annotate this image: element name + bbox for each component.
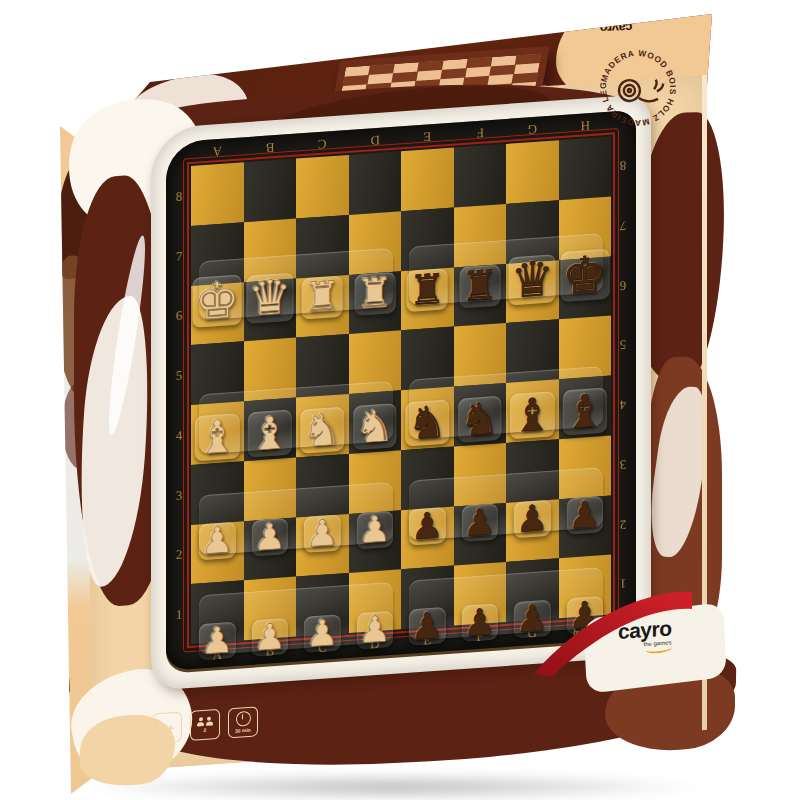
wood-stamp-text: MADERA WOOD BOIS HOLZ MADEIRA LEGNO <box>592 42 685 135</box>
logo-swirl-icon <box>646 643 672 654</box>
age-badge: 6+ <box>152 712 182 744</box>
white-piece-P: ♟ <box>252 518 288 557</box>
coords-right: 87654321 <box>613 135 633 614</box>
white-piece-P: ♟ <box>357 511 393 550</box>
logo-swirl-icon <box>600 12 616 19</box>
black-piece-R: ♜ <box>459 264 500 308</box>
white-piece-N: ♞ <box>353 403 396 450</box>
brand-logo-top: cayro the games <box>600 11 633 35</box>
age-badge-small: 6+ <box>49 632 67 650</box>
age-label: 6+ <box>160 720 175 736</box>
black-piece-P: ♟ <box>462 503 498 542</box>
white-piece-P: ♟ <box>304 615 340 654</box>
coord-label: 7 <box>169 226 189 287</box>
logo-swirl-icon <box>19 138 29 164</box>
time-label: 30 min <box>235 727 251 734</box>
black-piece-K: ♚ <box>560 248 609 301</box>
coord-label: 7 <box>613 195 633 256</box>
time-badge-small <box>52 676 70 694</box>
white-piece-B: ♝ <box>248 409 292 457</box>
coords-left: 87654321 <box>169 166 189 645</box>
coord-label: D <box>349 128 402 153</box>
white-piece-P: ♟ <box>357 611 393 650</box>
coord-label: 5 <box>613 314 633 375</box>
black-piece-Q: ♛ <box>509 254 556 305</box>
black-piece-B: ♝ <box>510 391 554 439</box>
coord-label: G <box>506 117 559 142</box>
coord-label: F <box>454 121 507 146</box>
coord-label: B <box>244 136 297 161</box>
coord-label: 4 <box>613 374 633 435</box>
brand-logo-front: cayro the games <box>618 617 672 656</box>
black-piece-N: ♞ <box>458 395 501 442</box>
chessboard: ABCDEFGH ABCDEFGH 87654321 87654321 ♚♛♜♜… <box>166 110 636 671</box>
snail-wood-icon <box>617 74 663 107</box>
black-piece-N: ♞ <box>406 399 449 446</box>
white-piece-K: ♚ <box>193 274 242 327</box>
coord-label: 6 <box>613 255 633 316</box>
coord-label: 2 <box>169 525 189 586</box>
white-piece-P: ♟ <box>252 618 288 657</box>
time-badge: 30 min <box>228 706 258 738</box>
wood-stamp-logo: MADERA WOOD BOIS HOLZ MADEIRA LEGNO <box>592 42 685 135</box>
players-badge-small: 2 <box>51 654 69 672</box>
box-front-panel: ABCDEFGH ABCDEFGH 87654321 87654321 ♚♛♜♜… <box>90 75 705 773</box>
players-count: 2 <box>204 727 207 733</box>
brand-name: cayro <box>32 104 58 164</box>
brand-tagline: the games <box>600 16 621 21</box>
black-piece-P: ♟ <box>409 507 445 546</box>
brand-logo-side: cayro the games <box>18 104 59 165</box>
white-piece-B: ♝ <box>195 413 239 461</box>
coord-label: 4 <box>169 405 189 466</box>
coord-label: A <box>191 139 244 164</box>
coord-label: 8 <box>613 135 633 196</box>
coord-label: 3 <box>169 465 189 526</box>
black-piece-P: ♟ <box>409 607 445 646</box>
clock-icon <box>236 711 251 727</box>
white-piece-P: ♟ <box>304 514 340 553</box>
coord-label: 5 <box>169 345 189 406</box>
white-piece-R: ♜ <box>354 272 395 316</box>
players-icon <box>197 716 213 726</box>
white-piece-P: ♟ <box>199 622 235 661</box>
svg-text:MADERA WOOD BOIS HOLZ MADEIRA: MADERA WOOD BOIS HOLZ MADEIRA LEGNO <box>592 42 685 135</box>
white-piece-P: ♟ <box>199 522 235 561</box>
clock-icon <box>56 680 67 691</box>
black-piece-P: ♟ <box>514 500 550 539</box>
black-piece-P: ♟ <box>462 604 498 643</box>
players-badge: 2 <box>190 709 220 741</box>
red-swoosh-icon <box>528 578 698 678</box>
floor-shadow <box>78 772 708 800</box>
white-piece-Q: ♛ <box>246 272 293 323</box>
black-piece-R: ♜ <box>407 268 448 312</box>
side-info-badges: 6+ 2 <box>49 632 70 694</box>
black-piece-P: ♟ <box>567 496 603 535</box>
coord-label: 6 <box>169 286 189 347</box>
white-piece-R: ♜ <box>302 275 343 319</box>
pieces-layer: ♚♛♜♜♝♝♞♞♟♟♟♟♟♟♟♟♜♜♛♚♞♞♝♝♟♟♟♟♟♟♟♟ <box>191 137 611 644</box>
white-piece-N: ♞ <box>301 406 344 453</box>
coord-label: 8 <box>169 166 189 227</box>
black-piece-B: ♝ <box>563 387 607 435</box>
brand-name: cayro <box>600 21 633 35</box>
coord-label: 3 <box>613 434 633 495</box>
brand-name: cayro <box>618 617 672 642</box>
coord-label: 2 <box>613 494 633 555</box>
coord-label: E <box>401 125 454 150</box>
coord-label: C <box>296 132 349 157</box>
coord-label: 1 <box>169 584 189 645</box>
product-photo-scene: AJEDREZ · CHESS SET · JEU D'ÉCHECS SCHAC… <box>0 0 800 800</box>
brand-tagline: the games <box>26 134 34 165</box>
